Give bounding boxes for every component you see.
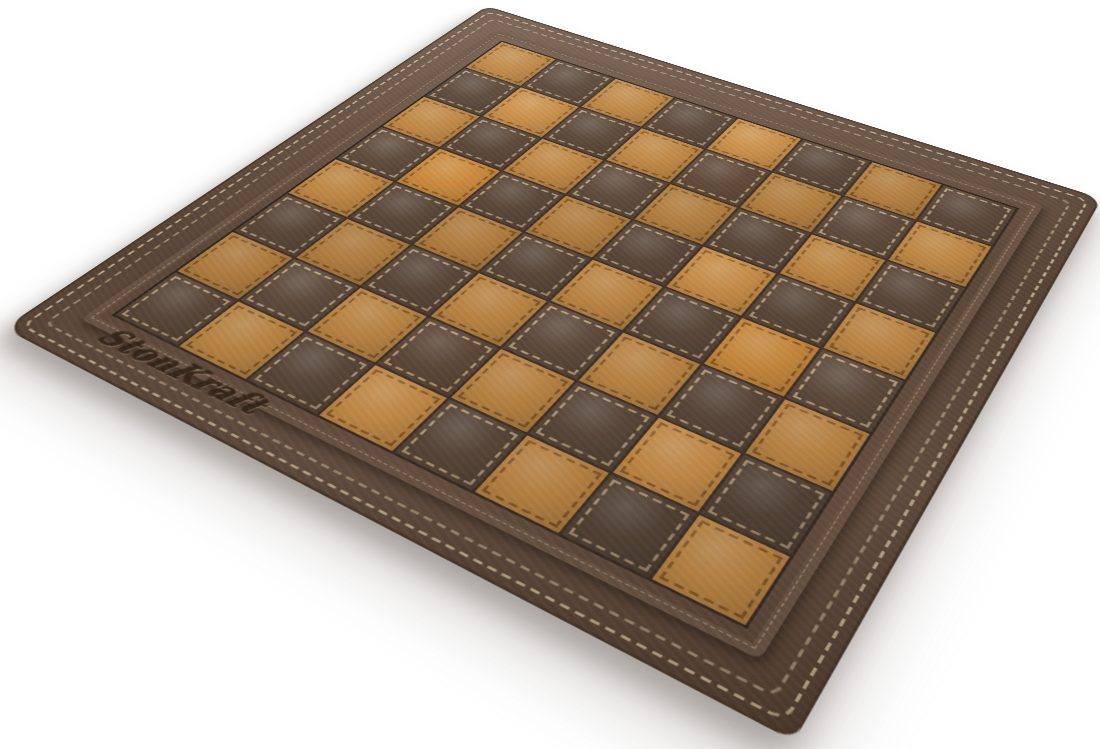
product-photo: StonKraft xyxy=(0,0,1100,749)
chessboard-mat: StonKraft xyxy=(3,6,1100,741)
